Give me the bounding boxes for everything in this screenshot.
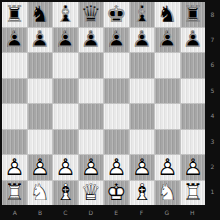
pawn-glyph-outline: ♙ — [130, 155, 155, 180]
square-a7[interactable]: ♟♙ — [2, 28, 27, 53]
square-g6[interactable] — [155, 53, 180, 78]
file-label-e: E — [104, 205, 129, 220]
square-h8[interactable]: ♜♖ — [181, 2, 206, 27]
piece-black-knight[interactable]: ♞♘ — [155, 2, 180, 27]
rank-label-2: 2 — [205, 154, 220, 179]
square-c4[interactable] — [53, 104, 78, 129]
square-f4[interactable] — [130, 104, 155, 129]
square-b5[interactable] — [28, 79, 53, 104]
file-label-d: D — [78, 205, 103, 220]
piece-white-rook[interactable]: ♜♖ — [181, 181, 206, 206]
piece-white-knight[interactable]: ♞♘ — [28, 181, 53, 206]
square-c2[interactable]: ♟♙ — [53, 155, 78, 180]
queen-glyph-outline: ♕ — [79, 2, 104, 27]
square-b4[interactable] — [28, 104, 53, 129]
square-d2[interactable]: ♟♙ — [79, 155, 104, 180]
square-f6[interactable] — [130, 53, 155, 78]
square-b2[interactable]: ♟♙ — [28, 155, 53, 180]
square-b7[interactable]: ♟♙ — [28, 28, 53, 53]
square-h2[interactable]: ♟♙ — [181, 155, 206, 180]
piece-white-pawn[interactable]: ♟♙ — [2, 155, 27, 180]
piece-white-pawn[interactable]: ♟♙ — [181, 155, 206, 180]
piece-black-pawn[interactable]: ♟♙ — [53, 28, 78, 53]
square-a1[interactable]: ♜♖ — [2, 181, 27, 206]
file-coordinates: ABCDEFGH — [2, 205, 205, 220]
square-c8[interactable]: ♝♗ — [53, 2, 78, 27]
knight-glyph-outline: ♘ — [155, 181, 180, 206]
piece-white-rook[interactable]: ♜♖ — [2, 181, 27, 206]
queen-glyph-outline: ♕ — [79, 181, 104, 206]
square-f8[interactable]: ♝♗ — [130, 2, 155, 27]
square-d8[interactable]: ♛♕ — [79, 2, 104, 27]
square-c6[interactable] — [53, 53, 78, 78]
file-label-a: A — [2, 205, 27, 220]
pawn-glyph-outline: ♙ — [79, 155, 104, 180]
pawn-glyph-outline: ♙ — [181, 155, 206, 180]
square-f2[interactable]: ♟♙ — [130, 155, 155, 180]
piece-white-pawn[interactable]: ♟♙ — [28, 155, 53, 180]
pawn-glyph-outline: ♙ — [155, 155, 180, 180]
square-e5[interactable] — [104, 79, 129, 104]
piece-black-pawn[interactable]: ♟♙ — [79, 28, 104, 53]
square-d7[interactable]: ♟♙ — [79, 28, 104, 53]
file-label-h: H — [180, 205, 205, 220]
square-g3[interactable] — [155, 130, 180, 155]
square-b3[interactable] — [28, 130, 53, 155]
pawn-glyph-outline: ♙ — [79, 28, 104, 53]
pawn-glyph-outline: ♙ — [28, 28, 53, 53]
bishop-glyph-outline: ♗ — [130, 2, 155, 27]
piece-black-pawn[interactable]: ♟♙ — [2, 28, 27, 53]
piece-black-bishop[interactable]: ♝♗ — [130, 2, 155, 27]
square-a5[interactable] — [2, 79, 27, 104]
square-e4[interactable] — [104, 104, 129, 129]
square-a3[interactable] — [2, 130, 27, 155]
rook-glyph-outline: ♖ — [2, 2, 27, 27]
pawn-glyph-outline: ♙ — [130, 28, 155, 53]
chessboard: ♜♖♞♘♝♗♛♕♚♔♝♗♞♘♜♖♟♙♟♙♟♙♟♙♟♙♟♙♟♙♟♙♟♙♟♙♟♙♟♙… — [2, 2, 205, 205]
piece-black-pawn[interactable]: ♟♙ — [130, 28, 155, 53]
rook-glyph-outline: ♖ — [2, 181, 27, 206]
pawn-glyph-outline: ♙ — [2, 28, 27, 53]
piece-white-queen[interactable]: ♛♕ — [79, 181, 104, 206]
piece-black-king[interactable]: ♚♔ — [104, 2, 129, 27]
square-e6[interactable] — [104, 53, 129, 78]
piece-black-bishop[interactable]: ♝♗ — [53, 2, 78, 27]
square-h5[interactable] — [181, 79, 206, 104]
piece-white-pawn[interactable]: ♟♙ — [155, 155, 180, 180]
piece-black-rook[interactable]: ♜♖ — [181, 2, 206, 27]
square-b6[interactable] — [28, 53, 53, 78]
square-e1[interactable]: ♚♔ — [104, 181, 129, 206]
square-c5[interactable] — [53, 79, 78, 104]
pawn-glyph-outline: ♙ — [181, 28, 206, 53]
square-e8[interactable]: ♚♔ — [104, 2, 129, 27]
square-f5[interactable] — [130, 79, 155, 104]
bishop-glyph-outline: ♗ — [130, 181, 155, 206]
king-glyph-outline: ♔ — [104, 181, 129, 206]
piece-white-bishop[interactable]: ♝♗ — [53, 181, 78, 206]
rank-label-7: 7 — [205, 27, 220, 52]
square-a6[interactable] — [2, 53, 27, 78]
square-f7[interactable]: ♟♙ — [130, 28, 155, 53]
rank-label-5: 5 — [205, 78, 220, 103]
piece-black-queen[interactable]: ♛♕ — [79, 2, 104, 27]
piece-black-rook[interactable]: ♜♖ — [2, 2, 27, 27]
knight-glyph-outline: ♘ — [28, 2, 53, 27]
square-f1[interactable]: ♝♗ — [130, 181, 155, 206]
piece-black-pawn[interactable]: ♟♙ — [155, 28, 180, 53]
pawn-glyph-outline: ♙ — [2, 155, 27, 180]
rank-label-4: 4 — [205, 104, 220, 129]
pawn-glyph-outline: ♙ — [155, 28, 180, 53]
square-g1[interactable]: ♞♘ — [155, 181, 180, 206]
piece-white-king[interactable]: ♚♔ — [104, 181, 129, 206]
rook-glyph-outline: ♖ — [181, 2, 206, 27]
square-d5[interactable] — [79, 79, 104, 104]
knight-glyph-outline: ♘ — [155, 2, 180, 27]
piece-white-pawn[interactable]: ♟♙ — [79, 155, 104, 180]
square-f3[interactable] — [130, 130, 155, 155]
file-label-f: F — [129, 205, 154, 220]
square-e2[interactable]: ♟♙ — [104, 155, 129, 180]
square-h4[interactable] — [181, 104, 206, 129]
square-d3[interactable] — [79, 130, 104, 155]
square-g4[interactable] — [155, 104, 180, 129]
rank-label-1: 1 — [205, 180, 220, 205]
bishop-glyph-outline: ♗ — [53, 181, 78, 206]
square-a2[interactable]: ♟♙ — [2, 155, 27, 180]
piece-black-pawn[interactable]: ♟♙ — [28, 28, 53, 53]
rook-glyph-outline: ♖ — [181, 181, 206, 206]
chessboard-frame: ♜♖♞♘♝♗♛♕♚♔♝♗♞♘♜♖♟♙♟♙♟♙♟♙♟♙♟♙♟♙♟♙♟♙♟♙♟♙♟♙… — [0, 0, 220, 220]
piece-black-pawn[interactable]: ♟♙ — [181, 28, 206, 53]
rank-label-8: 8 — [205, 2, 220, 27]
piece-white-knight[interactable]: ♞♘ — [155, 181, 180, 206]
pawn-glyph-outline: ♙ — [104, 155, 129, 180]
square-g5[interactable] — [155, 79, 180, 104]
king-glyph-outline: ♔ — [104, 2, 129, 27]
square-c1[interactable]: ♝♗ — [53, 181, 78, 206]
square-h1[interactable]: ♜♖ — [181, 181, 206, 206]
piece-white-pawn[interactable]: ♟♙ — [130, 155, 155, 180]
square-b1[interactable]: ♞♘ — [28, 181, 53, 206]
square-b8[interactable]: ♞♘ — [28, 2, 53, 27]
file-label-c: C — [53, 205, 78, 220]
square-h3[interactable] — [181, 130, 206, 155]
square-g8[interactable]: ♞♘ — [155, 2, 180, 27]
square-e3[interactable] — [104, 130, 129, 155]
square-d6[interactable] — [79, 53, 104, 78]
square-g2[interactable]: ♟♙ — [155, 155, 180, 180]
piece-black-knight[interactable]: ♞♘ — [28, 2, 53, 27]
square-c3[interactable] — [53, 130, 78, 155]
bishop-glyph-outline: ♗ — [53, 2, 78, 27]
square-d1[interactable]: ♛♕ — [79, 181, 104, 206]
square-d4[interactable] — [79, 104, 104, 129]
rank-label-3: 3 — [205, 129, 220, 154]
pawn-glyph-outline: ♙ — [28, 155, 53, 180]
piece-white-pawn[interactable]: ♟♙ — [104, 155, 129, 180]
square-a4[interactable] — [2, 104, 27, 129]
pawn-glyph-outline: ♙ — [53, 155, 78, 180]
file-label-g: G — [154, 205, 179, 220]
piece-white-bishop[interactable]: ♝♗ — [130, 181, 155, 206]
pawn-glyph-outline: ♙ — [53, 28, 78, 53]
rank-coordinates: 87654321 — [205, 2, 220, 205]
square-e7[interactable]: ♟♙ — [104, 28, 129, 53]
piece-black-pawn[interactable]: ♟♙ — [104, 28, 129, 53]
pawn-glyph-outline: ♙ — [104, 28, 129, 53]
square-g7[interactable]: ♟♙ — [155, 28, 180, 53]
square-h7[interactable]: ♟♙ — [181, 28, 206, 53]
square-h6[interactable] — [181, 53, 206, 78]
square-c7[interactable]: ♟♙ — [53, 28, 78, 53]
file-label-b: B — [27, 205, 52, 220]
piece-white-pawn[interactable]: ♟♙ — [53, 155, 78, 180]
rank-label-6: 6 — [205, 53, 220, 78]
square-a8[interactable]: ♜♖ — [2, 2, 27, 27]
knight-glyph-outline: ♘ — [28, 181, 53, 206]
